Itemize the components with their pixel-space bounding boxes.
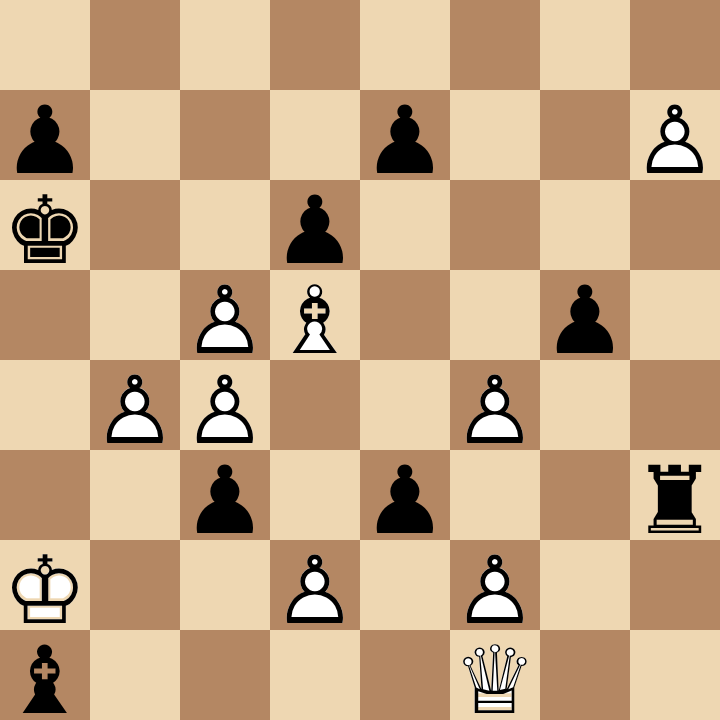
square-b7[interactable] xyxy=(90,90,180,180)
square-d2[interactable]: ♟♙ xyxy=(270,540,360,630)
piece-black-pawn[interactable]: ♟ xyxy=(3,96,87,186)
square-b1[interactable] xyxy=(90,630,180,720)
square-g1[interactable] xyxy=(540,630,630,720)
square-a1[interactable]: ♝ xyxy=(0,630,90,720)
piece-outline: ♙ xyxy=(630,96,720,186)
square-b2[interactable] xyxy=(90,540,180,630)
square-g3[interactable] xyxy=(540,450,630,540)
square-h4[interactable] xyxy=(630,360,720,450)
piece-outline: ♙ xyxy=(180,366,270,456)
square-f5[interactable] xyxy=(450,270,540,360)
square-d5[interactable]: ♝♗ xyxy=(270,270,360,360)
square-h1[interactable] xyxy=(630,630,720,720)
piece-black-pawn[interactable]: ♟ xyxy=(183,456,267,546)
square-a2[interactable]: ♚♔ xyxy=(0,540,90,630)
piece-black-pawn[interactable]: ♟ xyxy=(363,456,447,546)
piece-black-pawn[interactable]: ♟ xyxy=(363,96,447,186)
piece-outline: ♙ xyxy=(180,276,270,366)
square-d1[interactable] xyxy=(270,630,360,720)
square-e8[interactable] xyxy=(360,0,450,90)
square-e4[interactable] xyxy=(360,360,450,450)
piece-white-queen[interactable]: ♛♕ xyxy=(450,636,540,720)
piece-black-pawn[interactable]: ♟ xyxy=(543,276,627,366)
square-c3[interactable]: ♟ xyxy=(180,450,270,540)
piece-white-pawn[interactable]: ♟♙ xyxy=(180,276,270,366)
chess-board: ♟♟♟♙♚♟♟♙♝♗♟♟♙♟♙♟♙♟♟♜♚♔♟♙♟♙♝♛♕ xyxy=(0,0,720,720)
piece-black-bishop[interactable]: ♝ xyxy=(3,636,87,720)
square-e3[interactable]: ♟ xyxy=(360,450,450,540)
square-d4[interactable] xyxy=(270,360,360,450)
piece-white-bishop[interactable]: ♝♗ xyxy=(270,276,360,366)
square-e7[interactable]: ♟ xyxy=(360,90,450,180)
square-c8[interactable] xyxy=(180,0,270,90)
piece-white-pawn[interactable]: ♟♙ xyxy=(90,366,180,456)
piece-white-pawn[interactable]: ♟♙ xyxy=(450,366,540,456)
square-d8[interactable] xyxy=(270,0,360,90)
square-f8[interactable] xyxy=(450,0,540,90)
piece-black-pawn[interactable]: ♟ xyxy=(273,186,357,276)
piece-white-king[interactable]: ♚♔ xyxy=(0,546,90,636)
piece-black-king[interactable]: ♚ xyxy=(3,186,87,276)
square-c7[interactable] xyxy=(180,90,270,180)
piece-white-pawn[interactable]: ♟♙ xyxy=(270,546,360,636)
square-f4[interactable]: ♟♙ xyxy=(450,360,540,450)
piece-white-pawn[interactable]: ♟♙ xyxy=(630,96,720,186)
piece-white-pawn[interactable]: ♟♙ xyxy=(450,546,540,636)
square-e6[interactable] xyxy=(360,180,450,270)
square-d6[interactable]: ♟ xyxy=(270,180,360,270)
square-g2[interactable] xyxy=(540,540,630,630)
square-a6[interactable]: ♚ xyxy=(0,180,90,270)
square-h7[interactable]: ♟♙ xyxy=(630,90,720,180)
square-f3[interactable] xyxy=(450,450,540,540)
square-a3[interactable] xyxy=(0,450,90,540)
piece-white-pawn[interactable]: ♟♙ xyxy=(180,366,270,456)
piece-outline: ♙ xyxy=(450,366,540,456)
square-h5[interactable] xyxy=(630,270,720,360)
square-f7[interactable] xyxy=(450,90,540,180)
square-f6[interactable] xyxy=(450,180,540,270)
square-e2[interactable] xyxy=(360,540,450,630)
piece-outline: ♗ xyxy=(270,276,360,366)
square-h6[interactable] xyxy=(630,180,720,270)
square-a7[interactable]: ♟ xyxy=(0,90,90,180)
square-f2[interactable]: ♟♙ xyxy=(450,540,540,630)
square-e5[interactable] xyxy=(360,270,450,360)
square-f1[interactable]: ♛♕ xyxy=(450,630,540,720)
square-d3[interactable] xyxy=(270,450,360,540)
piece-black-rook[interactable]: ♜ xyxy=(633,456,717,546)
square-c1[interactable] xyxy=(180,630,270,720)
square-c4[interactable]: ♟♙ xyxy=(180,360,270,450)
square-c2[interactable] xyxy=(180,540,270,630)
square-g5[interactable]: ♟ xyxy=(540,270,630,360)
square-g7[interactable] xyxy=(540,90,630,180)
square-c5[interactable]: ♟♙ xyxy=(180,270,270,360)
square-g4[interactable] xyxy=(540,360,630,450)
square-b4[interactable]: ♟♙ xyxy=(90,360,180,450)
square-c6[interactable] xyxy=(180,180,270,270)
piece-outline: ♔ xyxy=(0,546,90,636)
piece-outline: ♕ xyxy=(450,636,540,720)
square-a8[interactable] xyxy=(0,0,90,90)
square-b3[interactable] xyxy=(90,450,180,540)
piece-outline: ♙ xyxy=(270,546,360,636)
square-b6[interactable] xyxy=(90,180,180,270)
square-g6[interactable] xyxy=(540,180,630,270)
piece-outline: ♙ xyxy=(90,366,180,456)
square-b8[interactable] xyxy=(90,0,180,90)
square-g8[interactable] xyxy=(540,0,630,90)
piece-outline: ♙ xyxy=(450,546,540,636)
square-e1[interactable] xyxy=(360,630,450,720)
square-b5[interactable] xyxy=(90,270,180,360)
square-h3[interactable]: ♜ xyxy=(630,450,720,540)
square-h2[interactable] xyxy=(630,540,720,630)
square-a5[interactable] xyxy=(0,270,90,360)
square-h8[interactable] xyxy=(630,0,720,90)
square-a4[interactable] xyxy=(0,360,90,450)
square-d7[interactable] xyxy=(270,90,360,180)
